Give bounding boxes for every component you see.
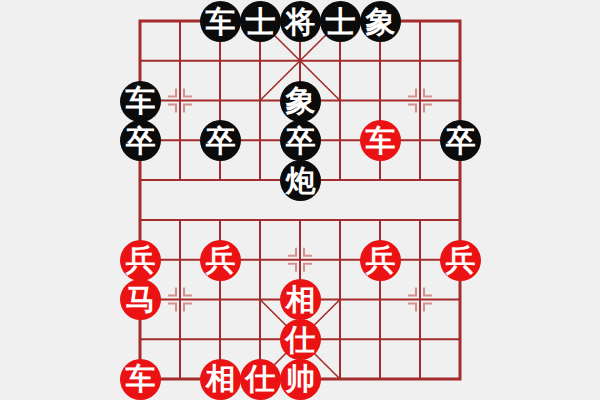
piece-black-advisor[interactable]: 士 <box>320 1 361 42</box>
piece-red-advisor[interactable]: 仕 <box>240 359 281 400</box>
piece-red-horse[interactable]: 马 <box>120 279 161 320</box>
piece-black-soldier[interactable]: 卒 <box>120 120 161 161</box>
piece-black-advisor[interactable]: 士 <box>240 1 281 42</box>
piece-black-general[interactable]: 将 <box>280 1 321 42</box>
piece-black-soldier[interactable]: 卒 <box>200 120 241 161</box>
piece-black-soldier[interactable]: 卒 <box>280 120 321 161</box>
piece-black-elephant[interactable]: 象 <box>360 1 401 42</box>
piece-red-general[interactable]: 帅 <box>280 359 321 400</box>
piece-black-chariot[interactable]: 车 <box>120 81 161 122</box>
piece-red-soldier[interactable]: 兵 <box>200 240 241 281</box>
piece-red-advisor[interactable]: 仕 <box>280 319 321 360</box>
piece-black-soldier[interactable]: 卒 <box>440 120 481 161</box>
piece-red-soldier[interactable]: 兵 <box>440 240 481 281</box>
piece-layer: 车士将士象车象卒卒卒卒炮车兵兵兵兵马相仕车相仕帅 <box>120 1 480 399</box>
piece-red-chariot[interactable]: 车 <box>120 359 161 400</box>
piece-black-chariot[interactable]: 车 <box>200 1 241 42</box>
piece-black-elephant[interactable]: 象 <box>280 81 321 122</box>
screenshot-root: 车士将士象车象卒卒卒卒炮车兵兵兵兵马相仕车相仕帅 <box>0 0 600 400</box>
piece-red-elephant[interactable]: 相 <box>200 359 241 400</box>
piece-red-soldier[interactable]: 兵 <box>360 240 401 281</box>
piece-red-soldier[interactable]: 兵 <box>120 240 161 281</box>
piece-red-elephant[interactable]: 相 <box>280 279 321 320</box>
piece-black-cannon[interactable]: 炮 <box>280 160 321 201</box>
xiangqi-board: 车士将士象车象卒卒卒卒炮车兵兵兵兵马相仕车相仕帅 <box>0 0 600 400</box>
piece-red-chariot[interactable]: 车 <box>360 120 401 161</box>
